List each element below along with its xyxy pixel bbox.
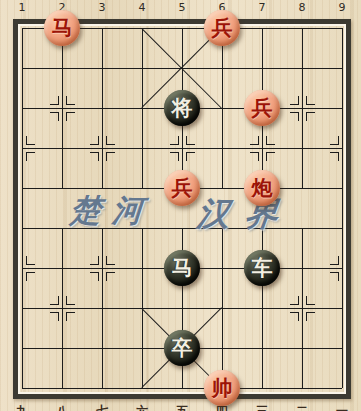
grid-vline: [142, 28, 143, 188]
position-marker: [306, 312, 315, 321]
file-label-bottom-8: 二: [292, 403, 312, 411]
position-marker: [26, 152, 35, 161]
position-marker: [330, 272, 339, 281]
file-label-top-9: 9: [332, 1, 352, 14]
river-text-hanjie: 汉界: [194, 192, 296, 237]
piece-black-soldier[interactable]: 卒: [164, 330, 200, 366]
file-label-bottom-2: 八: [52, 403, 72, 411]
position-marker: [170, 136, 179, 145]
grid-vline: [342, 28, 343, 388]
piece-red-pawn[interactable]: 兵: [204, 10, 240, 46]
file-label-top-8: 8: [292, 1, 312, 14]
grid-vline: [102, 228, 103, 388]
position-marker: [290, 296, 299, 305]
position-marker: [66, 312, 75, 321]
position-marker: [306, 296, 315, 305]
position-marker: [90, 136, 99, 145]
position-marker: [330, 152, 339, 161]
position-marker: [290, 112, 299, 121]
grid-vline: [62, 228, 63, 388]
piece-black-horse[interactable]: 马: [164, 250, 200, 286]
grid-vline: [222, 228, 223, 388]
file-label-top-7: 7: [252, 1, 272, 14]
grid-vline: [62, 28, 63, 188]
file-label-bottom-4: 六: [132, 403, 152, 411]
position-marker: [66, 96, 75, 105]
position-marker: [106, 256, 115, 265]
piece-red-horse[interactable]: 马: [44, 10, 80, 46]
position-marker: [26, 256, 35, 265]
file-label-bottom-3: 七: [92, 403, 112, 411]
position-marker: [66, 112, 75, 121]
file-label-bottom-7: 三: [252, 403, 272, 411]
piece-black-general[interactable]: 将: [164, 90, 200, 126]
position-marker: [330, 136, 339, 145]
position-marker: [266, 136, 275, 145]
grid-vline: [302, 28, 303, 188]
piece-red-pawn[interactable]: 兵: [244, 90, 280, 126]
position-marker: [106, 136, 115, 145]
position-marker: [170, 152, 179, 161]
file-label-top-5: 5: [172, 1, 192, 14]
position-marker: [290, 96, 299, 105]
position-marker: [106, 272, 115, 281]
file-label-top-1: 1: [12, 1, 32, 14]
position-marker: [90, 256, 99, 265]
file-label-bottom-5: 五: [172, 403, 192, 411]
file-label-top-3: 3: [92, 1, 112, 14]
position-marker: [306, 96, 315, 105]
position-marker: [26, 136, 35, 145]
grid-vline: [22, 28, 23, 388]
position-marker: [50, 112, 59, 121]
file-label-bottom-9: 一: [332, 403, 352, 411]
piece-red-general[interactable]: 帅: [204, 370, 240, 406]
position-marker: [50, 96, 59, 105]
grid-vline: [102, 28, 103, 188]
position-marker: [250, 152, 259, 161]
position-marker: [106, 152, 115, 161]
file-label-bottom-1: 九: [12, 403, 32, 411]
position-marker: [50, 296, 59, 305]
position-marker: [26, 272, 35, 281]
position-marker: [250, 136, 259, 145]
grid-vline: [222, 28, 223, 188]
file-label-top-4: 4: [132, 1, 152, 14]
xiangqi-board: 123456789 楚河 汉界 马兵将兵兵炮马车卒帅 九八七六五四三二一: [0, 0, 361, 411]
position-marker: [266, 152, 275, 161]
position-marker: [50, 312, 59, 321]
piece-red-pawn[interactable]: 兵: [164, 170, 200, 206]
position-marker: [330, 256, 339, 265]
position-marker: [90, 272, 99, 281]
position-marker: [290, 312, 299, 321]
position-marker: [66, 296, 75, 305]
piece-red-cannon[interactable]: 炮: [244, 170, 280, 206]
piece-black-chariot[interactable]: 车: [244, 250, 280, 286]
position-marker: [186, 136, 195, 145]
position-marker: [306, 112, 315, 121]
river-text-chuhe: 楚河: [69, 190, 156, 232]
grid-vline: [302, 228, 303, 388]
grid-hline: [22, 388, 342, 389]
position-marker: [186, 152, 195, 161]
position-marker: [90, 152, 99, 161]
